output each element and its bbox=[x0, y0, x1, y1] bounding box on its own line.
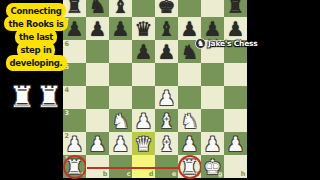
square-g5[interactable] bbox=[201, 63, 224, 86]
piece-white-bishop-e3[interactable]: ♝ bbox=[155, 109, 178, 132]
square-d4[interactable] bbox=[132, 86, 155, 109]
square-f8[interactable] bbox=[178, 0, 201, 17]
square-g8[interactable] bbox=[201, 0, 224, 17]
square-d8[interactable] bbox=[132, 0, 155, 17]
square-d7[interactable]: ♛ bbox=[132, 17, 155, 40]
square-e5[interactable] bbox=[155, 63, 178, 86]
piece-black-king-e8[interactable]: ♚ bbox=[155, 0, 178, 17]
square-c5[interactable] bbox=[109, 63, 132, 86]
file-label-b: b bbox=[103, 171, 108, 178]
white-rook-icon: ♜ bbox=[9, 82, 35, 114]
square-h3[interactable] bbox=[224, 109, 247, 132]
square-e2[interactable]: ♝ bbox=[155, 132, 178, 155]
square-b3[interactable] bbox=[86, 109, 109, 132]
square-h4[interactable] bbox=[224, 86, 247, 109]
piece-white-pawn-b2[interactable]: ♟ bbox=[86, 132, 109, 155]
file-label-c: c bbox=[127, 171, 131, 178]
square-f5[interactable] bbox=[178, 63, 201, 86]
square-h8[interactable]: ♜ bbox=[224, 0, 247, 17]
square-a2[interactable]: 2♟ bbox=[63, 132, 86, 155]
square-g7[interactable]: ♟ bbox=[201, 17, 224, 40]
chess-board[interactable]: 8♜♞♝♚♜7♟♟♟♛♝♟♟♟6♟♟♞54♟3♞♟♝♞2♟♟♟♛♝♟♟♟1a♜b… bbox=[63, 0, 247, 178]
square-a8[interactable]: 8♜ bbox=[63, 0, 86, 17]
square-b2[interactable]: ♟ bbox=[86, 132, 109, 155]
piece-white-pawn-g2[interactable]: ♟ bbox=[201, 132, 224, 155]
square-c2[interactable]: ♟ bbox=[109, 132, 132, 155]
square-f3[interactable]: ♞ bbox=[178, 109, 201, 132]
piece-white-bishop-e2[interactable]: ♝ bbox=[155, 132, 178, 155]
piece-white-pawn-c2[interactable]: ♟ bbox=[109, 132, 132, 155]
square-e4[interactable]: ♟ bbox=[155, 86, 178, 109]
knight-logo-icon: ♞ bbox=[195, 38, 206, 49]
square-b6[interactable] bbox=[86, 40, 109, 63]
square-c7[interactable]: ♟ bbox=[109, 17, 132, 40]
square-h2[interactable]: ♟ bbox=[224, 132, 247, 155]
square-e8[interactable]: ♚ bbox=[155, 0, 178, 17]
file-label-d: d bbox=[149, 171, 154, 178]
decorative-rooks: ♜ ♜ bbox=[9, 82, 62, 114]
square-f2[interactable]: ♟ bbox=[178, 132, 201, 155]
square-c4[interactable] bbox=[109, 86, 132, 109]
piece-black-pawn-d6[interactable]: ♟ bbox=[132, 40, 155, 63]
square-d6[interactable]: ♟ bbox=[132, 40, 155, 63]
piece-white-pawn-e4[interactable]: ♟ bbox=[155, 86, 178, 109]
piece-black-queen-d7[interactable]: ♛ bbox=[132, 17, 155, 40]
square-h5[interactable] bbox=[224, 63, 247, 86]
square-a4[interactable]: 4 bbox=[63, 86, 86, 109]
video-frame: 8♜♞♝♚♜7♟♟♟♛♝♟♟♟6♟♟♞54♟3♞♟♝♞2♟♟♟♛♝♟♟♟1a♜b… bbox=[0, 0, 320, 180]
square-d3[interactable]: ♟ bbox=[132, 109, 155, 132]
piece-white-pawn-f2[interactable]: ♟ bbox=[178, 132, 201, 155]
piece-black-pawn-h7[interactable]: ♟ bbox=[224, 17, 247, 40]
piece-black-rook-h8[interactable]: ♜ bbox=[224, 0, 247, 17]
square-c3[interactable]: ♞ bbox=[109, 109, 132, 132]
rank-label-4: 4 bbox=[65, 87, 70, 94]
piece-black-knight-b8[interactable]: ♞ bbox=[86, 0, 109, 17]
square-g2[interactable]: ♟ bbox=[201, 132, 224, 155]
rook-connection-line bbox=[87, 167, 179, 169]
piece-white-knight-c3[interactable]: ♞ bbox=[109, 109, 132, 132]
rook-circle-annotation bbox=[63, 155, 87, 179]
square-a1[interactable]: 1a♜ bbox=[63, 155, 86, 178]
piece-white-knight-f3[interactable]: ♞ bbox=[178, 109, 201, 132]
piece-black-pawn-e6[interactable]: ♟ bbox=[155, 40, 178, 63]
square-d2[interactable]: ♛ bbox=[132, 132, 155, 155]
square-c6[interactable] bbox=[109, 40, 132, 63]
square-h1[interactable]: h bbox=[224, 155, 247, 178]
white-rook-icon: ♜ bbox=[36, 82, 62, 114]
piece-black-pawn-f7[interactable]: ♟ bbox=[178, 17, 201, 40]
piece-black-rook-a8[interactable]: ♜ bbox=[63, 0, 86, 17]
caption-line: developing. bbox=[6, 55, 67, 71]
piece-white-pawn-h2[interactable]: ♟ bbox=[224, 132, 247, 155]
watermark-text: Jake's Chess bbox=[208, 39, 258, 48]
piece-white-queen-d2[interactable]: ♛ bbox=[132, 132, 155, 155]
watermark: ♞ Jake's Chess bbox=[195, 38, 258, 49]
piece-black-bishop-e7[interactable]: ♝ bbox=[155, 17, 178, 40]
square-h7[interactable]: ♟ bbox=[224, 17, 247, 40]
square-g3[interactable] bbox=[201, 109, 224, 132]
file-label-h: h bbox=[241, 171, 246, 178]
square-c8[interactable]: ♝ bbox=[109, 0, 132, 17]
piece-white-pawn-d3[interactable]: ♟ bbox=[132, 109, 155, 132]
square-b8[interactable]: ♞ bbox=[86, 0, 109, 17]
piece-black-pawn-c7[interactable]: ♟ bbox=[109, 17, 132, 40]
square-b4[interactable] bbox=[86, 86, 109, 109]
square-e7[interactable]: ♝ bbox=[155, 17, 178, 40]
speech-bubble: Connecting the Rooks is the last step in… bbox=[6, 5, 66, 71]
square-a3[interactable]: 3 bbox=[63, 109, 86, 132]
square-f4[interactable] bbox=[178, 86, 201, 109]
square-g4[interactable] bbox=[201, 86, 224, 109]
piece-white-pawn-a2[interactable]: ♟ bbox=[63, 132, 86, 155]
piece-black-pawn-g7[interactable]: ♟ bbox=[201, 17, 224, 40]
square-d5[interactable] bbox=[132, 63, 155, 86]
piece-black-bishop-c8[interactable]: ♝ bbox=[109, 0, 132, 17]
square-e6[interactable]: ♟ bbox=[155, 40, 178, 63]
rook-circle-annotation bbox=[178, 155, 202, 179]
piece-black-pawn-b7[interactable]: ♟ bbox=[86, 17, 109, 40]
square-g1[interactable]: g♚ bbox=[201, 155, 224, 178]
piece-white-king-g1[interactable]: ♚ bbox=[201, 155, 224, 178]
file-label-e: e bbox=[172, 171, 176, 178]
square-b7[interactable]: ♟ bbox=[86, 17, 109, 40]
square-e3[interactable]: ♝ bbox=[155, 109, 178, 132]
square-f1[interactable]: f♜ bbox=[178, 155, 201, 178]
square-b5[interactable] bbox=[86, 63, 109, 86]
square-f7[interactable]: ♟ bbox=[178, 17, 201, 40]
rank-label-3: 3 bbox=[65, 110, 70, 117]
